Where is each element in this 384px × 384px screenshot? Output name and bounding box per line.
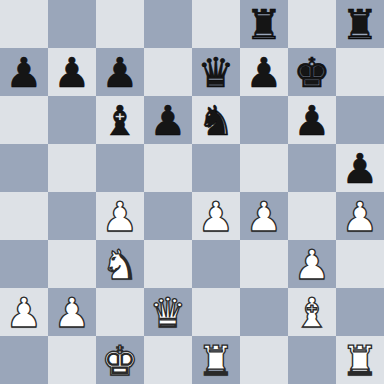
square-a8[interactable]: [0, 0, 48, 48]
square-d4[interactable]: [144, 192, 192, 240]
square-e1[interactable]: ♜: [192, 336, 240, 384]
square-e7[interactable]: ♛: [192, 48, 240, 96]
piece-white-queen: ♛: [150, 293, 187, 334]
square-h3[interactable]: [336, 240, 384, 288]
square-b6[interactable]: [48, 96, 96, 144]
square-f3[interactable]: [240, 240, 288, 288]
square-e6[interactable]: ♞: [192, 96, 240, 144]
piece-black-pawn: ♟: [294, 101, 331, 142]
square-h1[interactable]: ♜: [336, 336, 384, 384]
square-h4[interactable]: ♟: [336, 192, 384, 240]
piece-white-king: ♚: [102, 341, 139, 382]
square-c6[interactable]: ♝: [96, 96, 144, 144]
square-e2[interactable]: [192, 288, 240, 336]
square-g2[interactable]: ♝: [288, 288, 336, 336]
square-d2[interactable]: ♛: [144, 288, 192, 336]
square-e4[interactable]: ♟: [192, 192, 240, 240]
piece-white-bishop: ♝: [294, 293, 331, 334]
square-b4[interactable]: [48, 192, 96, 240]
square-h5[interactable]: ♟: [336, 144, 384, 192]
piece-black-pawn: ♟: [246, 53, 283, 94]
square-f4[interactable]: ♟: [240, 192, 288, 240]
square-f2[interactable]: [240, 288, 288, 336]
square-b1[interactable]: [48, 336, 96, 384]
square-b3[interactable]: [48, 240, 96, 288]
piece-black-king: ♚: [294, 53, 331, 94]
square-a4[interactable]: [0, 192, 48, 240]
square-b7[interactable]: ♟: [48, 48, 96, 96]
piece-white-pawn: ♟: [342, 197, 379, 238]
square-a5[interactable]: [0, 144, 48, 192]
square-c5[interactable]: [96, 144, 144, 192]
square-c8[interactable]: [96, 0, 144, 48]
square-a3[interactable]: [0, 240, 48, 288]
piece-black-pawn: ♟: [150, 101, 187, 142]
square-d8[interactable]: [144, 0, 192, 48]
square-g8[interactable]: [288, 0, 336, 48]
chess-board: ♜♜♟♟♟♛♟♚♝♟♞♟♟♟♟♟♟♞♟♟♟♛♝♚♜♜: [0, 0, 384, 384]
piece-white-pawn: ♟: [198, 197, 235, 238]
square-d7[interactable]: [144, 48, 192, 96]
piece-black-pawn: ♟: [102, 53, 139, 94]
square-b2[interactable]: ♟: [48, 288, 96, 336]
chess-board-container: ♜♜♟♟♟♛♟♚♝♟♞♟♟♟♟♟♟♞♟♟♟♛♝♚♜♜: [0, 0, 384, 384]
square-d1[interactable]: [144, 336, 192, 384]
piece-white-knight: ♞: [102, 245, 139, 286]
square-a2[interactable]: ♟: [0, 288, 48, 336]
square-b5[interactable]: [48, 144, 96, 192]
square-d6[interactable]: ♟: [144, 96, 192, 144]
piece-white-rook: ♜: [342, 341, 379, 382]
square-f7[interactable]: ♟: [240, 48, 288, 96]
square-c7[interactable]: ♟: [96, 48, 144, 96]
square-c3[interactable]: ♞: [96, 240, 144, 288]
piece-white-pawn: ♟: [102, 197, 139, 238]
square-d3[interactable]: [144, 240, 192, 288]
square-a6[interactable]: [0, 96, 48, 144]
piece-white-pawn: ♟: [54, 293, 91, 334]
piece-white-pawn: ♟: [6, 293, 43, 334]
square-f6[interactable]: [240, 96, 288, 144]
square-e3[interactable]: [192, 240, 240, 288]
square-a1[interactable]: [0, 336, 48, 384]
piece-black-bishop: ♝: [102, 101, 139, 142]
piece-black-pawn: ♟: [6, 53, 43, 94]
square-b8[interactable]: [48, 0, 96, 48]
square-g6[interactable]: ♟: [288, 96, 336, 144]
square-g4[interactable]: [288, 192, 336, 240]
square-h8[interactable]: ♜: [336, 0, 384, 48]
piece-black-rook: ♜: [246, 5, 283, 46]
square-e8[interactable]: [192, 0, 240, 48]
square-h6[interactable]: [336, 96, 384, 144]
piece-white-rook: ♜: [198, 341, 235, 382]
square-e5[interactable]: [192, 144, 240, 192]
square-h7[interactable]: [336, 48, 384, 96]
square-f1[interactable]: [240, 336, 288, 384]
square-c4[interactable]: ♟: [96, 192, 144, 240]
piece-black-pawn: ♟: [342, 149, 379, 190]
piece-black-rook: ♜: [342, 5, 379, 46]
square-a7[interactable]: ♟: [0, 48, 48, 96]
square-g5[interactable]: [288, 144, 336, 192]
square-h2[interactable]: [336, 288, 384, 336]
piece-black-queen: ♛: [198, 53, 235, 94]
piece-white-pawn: ♟: [246, 197, 283, 238]
piece-black-pawn: ♟: [54, 53, 91, 94]
piece-black-knight: ♞: [198, 101, 235, 142]
square-d5[interactable]: [144, 144, 192, 192]
square-g3[interactable]: ♟: [288, 240, 336, 288]
square-f5[interactable]: [240, 144, 288, 192]
square-g1[interactable]: [288, 336, 336, 384]
square-g7[interactable]: ♚: [288, 48, 336, 96]
square-c1[interactable]: ♚: [96, 336, 144, 384]
square-c2[interactable]: [96, 288, 144, 336]
piece-white-pawn: ♟: [294, 245, 331, 286]
square-f8[interactable]: ♜: [240, 0, 288, 48]
